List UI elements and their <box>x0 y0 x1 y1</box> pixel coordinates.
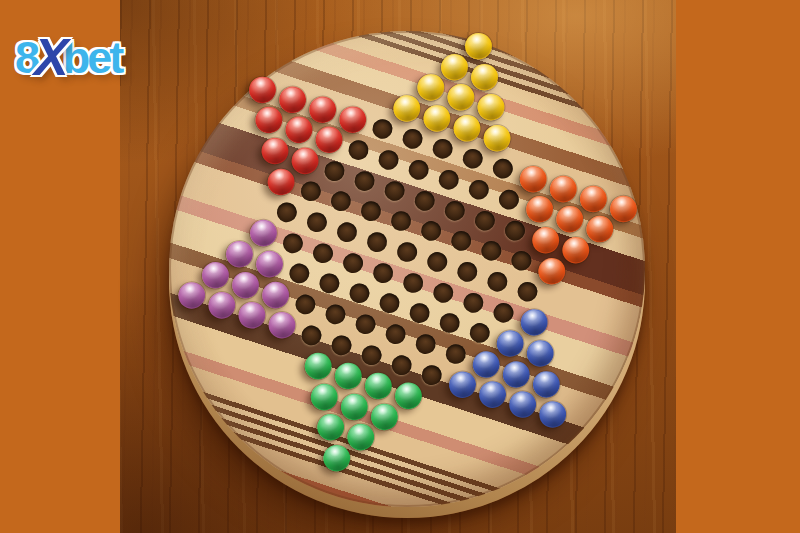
hole-empty[interactable] <box>503 218 528 243</box>
board-cell: ● <box>445 368 479 401</box>
hole-empty[interactable] <box>407 301 432 326</box>
hole-empty[interactable] <box>346 138 371 163</box>
hole-empty[interactable] <box>328 189 353 214</box>
hole-empty[interactable] <box>485 269 510 294</box>
hole-empty[interactable] <box>352 168 377 193</box>
logo-x-icon: X <box>34 31 66 83</box>
hole-empty[interactable] <box>509 249 534 274</box>
hole-empty[interactable] <box>298 179 323 204</box>
brand-logo: 8Xbet <box>15 29 121 81</box>
hole-empty[interactable] <box>388 209 413 234</box>
hole-empty[interactable] <box>395 240 420 265</box>
hole-empty[interactable] <box>383 322 408 347</box>
logo-suffix: bet <box>63 32 122 83</box>
hole-empty[interactable] <box>376 148 401 173</box>
hole-empty[interactable] <box>431 280 456 305</box>
hole-empty[interactable] <box>490 156 515 181</box>
hole-empty[interactable] <box>425 250 450 275</box>
hole-empty[interactable] <box>437 311 462 336</box>
hole-empty[interactable] <box>442 198 467 223</box>
hole-empty[interactable] <box>382 178 407 203</box>
hole-empty[interactable] <box>413 332 438 357</box>
hole-empty[interactable] <box>370 117 395 142</box>
hole-empty[interactable] <box>317 271 342 296</box>
hole-empty[interactable] <box>430 137 455 162</box>
hole-empty[interactable] <box>460 147 485 172</box>
page-background: { "game": { "name": "chinese-checkers", … <box>0 0 800 533</box>
hole-empty[interactable] <box>358 199 383 224</box>
hole-empty[interactable] <box>479 239 504 264</box>
hole-empty[interactable] <box>323 302 348 327</box>
hole-empty[interactable] <box>322 158 347 183</box>
board-cell: ● <box>174 279 208 312</box>
hole-empty[interactable] <box>377 291 402 316</box>
hole-empty[interactable] <box>418 219 443 244</box>
hole-empty[interactable] <box>472 208 497 233</box>
table-photo: ●●●●●●●●●●●●●●●●●●●●●●●●●●●●●●●●●●●●●●●●… <box>120 0 676 533</box>
peg-purple[interactable]: ● <box>174 279 208 312</box>
peg-glyph: ● <box>445 368 479 401</box>
hole-empty[interactable] <box>461 290 486 315</box>
hole-empty[interactable] <box>311 241 336 266</box>
hole-empty[interactable] <box>436 167 461 192</box>
hole-empty[interactable] <box>449 229 474 254</box>
hole-empty[interactable] <box>304 210 329 235</box>
peg-grid: ●●●●●●●●●●●●●●●●●●●●●●●●●●●●●●●●●●●●●●●●… <box>115 0 698 533</box>
hole-empty[interactable] <box>466 177 491 202</box>
hole-empty[interactable] <box>347 281 372 306</box>
peg-glyph: ● <box>174 279 208 312</box>
hole-empty[interactable] <box>455 259 480 284</box>
peg-blue[interactable]: ● <box>445 368 479 401</box>
hole-empty[interactable] <box>353 312 378 337</box>
hole-empty[interactable] <box>400 127 425 152</box>
hole-empty[interactable] <box>371 260 396 285</box>
hole-empty[interactable] <box>364 230 389 255</box>
hole-empty[interactable] <box>496 187 521 212</box>
hole-empty[interactable] <box>406 157 431 182</box>
hole-empty[interactable] <box>401 270 426 295</box>
hole-empty[interactable] <box>334 220 359 245</box>
hole-empty[interactable] <box>341 251 366 276</box>
hole-empty[interactable] <box>412 188 437 213</box>
